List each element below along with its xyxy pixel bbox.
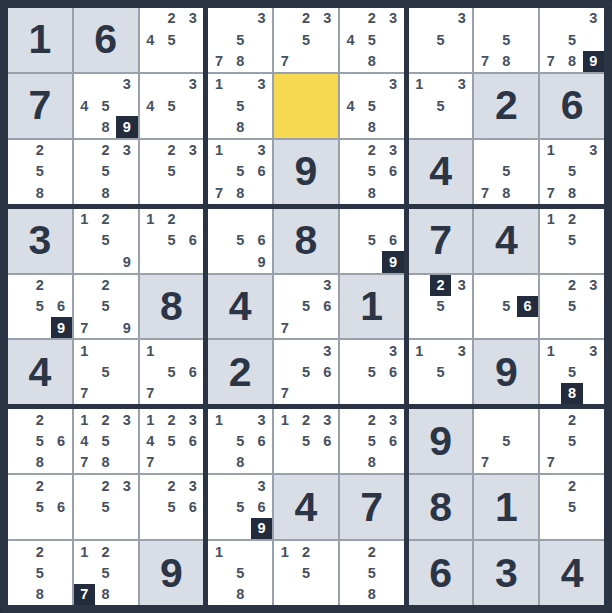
- candidate-empty: [561, 340, 582, 361]
- candidate-mark-3: 3: [182, 409, 203, 430]
- cell-r8c8[interactable]: 1: [474, 475, 538, 539]
- candidate-mark-5: 5: [561, 362, 582, 383]
- candidate-empty: [382, 51, 403, 72]
- cell-r8c5[interactable]: 4: [274, 475, 338, 539]
- candidate-mark-7: 7: [474, 452, 495, 473]
- cell-r1c8[interactable]: 578: [474, 8, 538, 72]
- candidate-empty: [140, 161, 161, 182]
- cell-value: 8: [140, 275, 204, 339]
- candidate-empty: [517, 431, 538, 452]
- candidate-empty: [382, 209, 403, 230]
- candidate-highlight-2: 2: [430, 275, 451, 296]
- candidate-empty: [561, 140, 582, 161]
- cell-r7c6[interactable]: 23568: [340, 409, 404, 473]
- candidate-empty: [540, 161, 561, 182]
- cell-value: 4: [8, 340, 72, 404]
- candidate-empty: [230, 209, 251, 230]
- cell-r2c3[interactable]: 345: [140, 74, 204, 138]
- candidate-grid: 235: [540, 275, 604, 339]
- cell-r8c1[interactable]: 256: [8, 475, 72, 539]
- candidate-mark-8: 8: [230, 51, 251, 72]
- cell-value: 7: [340, 475, 404, 539]
- cell-r2c4[interactable]: 1358: [208, 74, 272, 138]
- candidate-mark-7: 7: [540, 51, 561, 72]
- candidate-empty: [230, 475, 251, 496]
- candidate-empty: [116, 497, 137, 518]
- candidate-grid: 578: [474, 140, 538, 204]
- cell-r9c6[interactable]: 258: [340, 541, 404, 605]
- candidate-empty: [583, 383, 604, 404]
- candidate-mark-3: 3: [116, 475, 137, 496]
- cell-r1c7[interactable]: 35: [409, 8, 473, 72]
- candidate-mark-1: 1: [208, 409, 229, 430]
- cell-r1c3[interactable]: 2345: [140, 8, 204, 72]
- candidate-mark-2: 2: [29, 475, 50, 496]
- candidate-grid: 256: [8, 475, 72, 539]
- candidate-empty: [8, 296, 29, 317]
- candidate-grid: 125: [540, 209, 604, 273]
- candidate-mark-2: 2: [361, 409, 382, 430]
- candidate-mark-7: 7: [140, 383, 161, 404]
- candidate-highlight-9: 9: [251, 518, 272, 539]
- candidate-grid: 23568: [340, 409, 404, 473]
- cell-r8c3[interactable]: 2356: [140, 475, 204, 539]
- candidate-empty: [340, 161, 361, 182]
- candidate-mark-7: 7: [540, 452, 561, 473]
- cell-r3c1[interactable]: 258: [8, 140, 72, 204]
- candidate-empty: [561, 8, 582, 29]
- candidate-empty: [116, 431, 137, 452]
- candidate-mark-2: 2: [295, 8, 316, 29]
- candidate-highlight-8: 8: [561, 383, 582, 404]
- candidate-empty: [182, 383, 203, 404]
- candidate-empty: [340, 431, 361, 452]
- sudoku-board: 1623457345893452582358235357823572345813…: [8, 8, 604, 605]
- candidate-mark-7: 7: [274, 383, 295, 404]
- candidate-empty: [74, 296, 95, 317]
- candidate-mark-6: 6: [182, 362, 203, 383]
- cell-r7c4[interactable]: 13568: [208, 409, 272, 473]
- candidate-mark-8: 8: [361, 51, 382, 72]
- cell-r6c3[interactable]: 1567: [140, 340, 204, 404]
- candidate-mark-5: 5: [561, 497, 582, 518]
- cell-r4c9[interactable]: 125: [540, 209, 604, 273]
- candidate-empty: [208, 8, 229, 29]
- candidate-empty: [583, 209, 604, 230]
- candidate-empty: [251, 182, 272, 203]
- candidate-empty: [8, 541, 29, 562]
- cell-r4c2[interactable]: 1259: [74, 209, 138, 273]
- candidate-mark-5: 5: [361, 562, 382, 583]
- candidate-empty: [340, 74, 361, 95]
- candidate-mark-7: 7: [274, 317, 295, 338]
- candidate-empty: [540, 275, 561, 296]
- candidate-empty: [517, 275, 538, 296]
- cell-r3c2[interactable]: 2358: [74, 140, 138, 204]
- candidate-empty: [540, 362, 561, 383]
- candidate-empty: [251, 95, 272, 116]
- candidate-empty: [230, 8, 251, 29]
- candidate-mark-6: 6: [51, 431, 72, 452]
- candidate-grid: 2345: [140, 8, 204, 72]
- candidate-empty: [51, 562, 72, 583]
- candidate-mark-3: 3: [251, 140, 272, 161]
- candidate-empty: [140, 251, 161, 272]
- cell-value: 3: [474, 541, 538, 605]
- candidate-mark-5: 5: [230, 95, 251, 116]
- candidate-empty: [430, 51, 451, 72]
- candidate-mark-5: 5: [361, 362, 382, 383]
- candidate-empty: [161, 251, 182, 272]
- cell-r7c8[interactable]: 57: [474, 409, 538, 473]
- candidate-empty: [409, 317, 430, 338]
- candidate-mark-3: 3: [317, 8, 338, 29]
- candidate-empty: [340, 562, 361, 583]
- cell-r9c2[interactable]: 12578: [74, 541, 138, 605]
- candidate-empty: [409, 275, 430, 296]
- box-4: 31259125625692579841571567: [8, 209, 203, 405]
- candidate-mark-6: 6: [251, 431, 272, 452]
- cell-r1c4[interactable]: 3578: [208, 8, 272, 72]
- candidate-empty: [451, 362, 472, 383]
- cell-r1c1[interactable]: 1: [8, 8, 72, 72]
- candidate-empty: [51, 475, 72, 496]
- candidate-mark-5: 5: [95, 431, 116, 452]
- cell-r4c7[interactable]: 7: [409, 209, 473, 273]
- candidate-mark-3: 3: [317, 275, 338, 296]
- candidate-highlight-9: 9: [116, 116, 137, 137]
- candidate-mark-5: 5: [95, 230, 116, 251]
- cell-r5c6[interactable]: 1: [340, 275, 404, 339]
- candidate-mark-2: 2: [161, 409, 182, 430]
- cell-r6c4[interactable]: 2: [208, 340, 272, 404]
- candidate-mark-5: 5: [95, 497, 116, 518]
- candidate-mark-1: 1: [409, 340, 430, 361]
- candidate-empty: [583, 251, 604, 272]
- candidate-empty: [295, 275, 316, 296]
- candidate-empty: [540, 431, 561, 452]
- cell-r9c5[interactable]: 125: [274, 541, 338, 605]
- candidate-empty: [451, 383, 472, 404]
- cell-r5c1[interactable]: 2569: [8, 275, 72, 339]
- candidate-grid: 23568: [340, 140, 404, 204]
- candidate-grid: 258: [340, 541, 404, 605]
- candidate-empty: [295, 383, 316, 404]
- cell-r9c9[interactable]: 4: [540, 541, 604, 605]
- cell-r7c2[interactable]: 1234578: [74, 409, 138, 473]
- candidate-empty: [540, 8, 561, 29]
- candidate-mark-1: 1: [74, 340, 95, 361]
- candidate-empty: [74, 251, 95, 272]
- cell-r8c6[interactable]: 7: [340, 475, 404, 539]
- candidate-empty: [29, 317, 50, 338]
- cell-r5c7[interactable]: 235: [409, 275, 473, 339]
- candidate-mark-1: 1: [540, 340, 561, 361]
- cell-r2c5[interactable]: [274, 74, 338, 138]
- candidate-empty: [583, 475, 604, 496]
- candidate-mark-3: 3: [251, 8, 272, 29]
- candidate-mark-2: 2: [561, 209, 582, 230]
- candidate-empty: [140, 74, 161, 95]
- cell-value: 6: [74, 8, 138, 72]
- candidate-empty: [95, 251, 116, 272]
- cell-r8c2[interactable]: 235: [74, 475, 138, 539]
- cell-r6c7[interactable]: 135: [409, 340, 473, 404]
- candidate-mark-2: 2: [561, 409, 582, 430]
- candidate-mark-8: 8: [95, 452, 116, 473]
- candidate-empty: [208, 518, 229, 539]
- candidate-grid: 157: [74, 340, 138, 404]
- candidate-empty: [317, 562, 338, 583]
- candidate-empty: [496, 8, 517, 29]
- cell-value: 7: [409, 209, 473, 273]
- candidate-empty: [361, 209, 382, 230]
- cell-r5c2[interactable]: 2579: [74, 275, 138, 339]
- candidate-mark-3: 3: [182, 8, 203, 29]
- candidate-mark-3: 3: [116, 409, 137, 430]
- cell-r3c8[interactable]: 578: [474, 140, 538, 204]
- cell-r5c9[interactable]: 235: [540, 275, 604, 339]
- candidate-empty: [274, 431, 295, 452]
- candidate-empty: [208, 475, 229, 496]
- candidate-empty: [382, 383, 403, 404]
- cell-r6c8[interactable]: 9: [474, 340, 538, 404]
- candidate-grid: 23458: [340, 8, 404, 72]
- cell-r6c2[interactable]: 157: [74, 340, 138, 404]
- cell-r6c6[interactable]: 356: [340, 340, 404, 404]
- cell-value: 2: [474, 74, 538, 138]
- candidate-empty: [474, 409, 495, 430]
- cell-r5c8[interactable]: 56: [474, 275, 538, 339]
- candidate-mark-6: 6: [382, 230, 403, 251]
- candidate-mark-3: 3: [583, 340, 604, 361]
- candidate-mark-2: 2: [95, 140, 116, 161]
- cell-r6c9[interactable]: 1358: [540, 340, 604, 404]
- cell-r1c5[interactable]: 2357: [274, 8, 338, 72]
- candidate-mark-5: 5: [561, 230, 582, 251]
- candidate-mark-2: 2: [95, 275, 116, 296]
- candidate-grid: 12578: [74, 541, 138, 605]
- candidate-mark-5: 5: [161, 230, 182, 251]
- candidate-empty: [517, 8, 538, 29]
- cell-r3c4[interactable]: 135678: [208, 140, 272, 204]
- candidate-empty: [317, 541, 338, 562]
- candidate-mark-8: 8: [29, 584, 50, 605]
- candidate-mark-4: 4: [140, 431, 161, 452]
- cell-r1c2[interactable]: 6: [74, 8, 138, 72]
- candidate-empty: [74, 475, 95, 496]
- candidate-grid: 135: [409, 340, 473, 404]
- candidate-grid: 356: [340, 340, 404, 404]
- cell-r3c3[interactable]: 235: [140, 140, 204, 204]
- candidate-grid: 2358: [74, 140, 138, 204]
- candidate-mark-6: 6: [51, 497, 72, 518]
- cell-r5c3[interactable]: 8: [140, 275, 204, 339]
- candidate-empty: [208, 116, 229, 137]
- candidate-grid: 158: [208, 541, 272, 605]
- candidate-mark-5: 5: [561, 431, 582, 452]
- cell-r7c3[interactable]: 1234567: [140, 409, 204, 473]
- cell-r4c1[interactable]: 3: [8, 209, 72, 273]
- cell-r2c6[interactable]: 3458: [340, 74, 404, 138]
- cell-value: 4: [208, 275, 272, 339]
- cell-r9c3[interactable]: 9: [140, 541, 204, 605]
- cell-r9c7[interactable]: 6: [409, 541, 473, 605]
- candidate-mark-2: 2: [295, 541, 316, 562]
- candidate-mark-8: 8: [95, 182, 116, 203]
- cell-r6c1[interactable]: 4: [8, 340, 72, 404]
- cell-r2c2[interactable]: 34589: [74, 74, 138, 138]
- candidate-empty: [95, 317, 116, 338]
- candidate-empty: [95, 340, 116, 361]
- candidate-mark-5: 5: [95, 296, 116, 317]
- candidate-mark-1: 1: [74, 541, 95, 562]
- cell-r4c6[interactable]: 569: [340, 209, 404, 273]
- candidate-grid: 12356: [274, 409, 338, 473]
- candidate-empty: [8, 584, 29, 605]
- candidate-mark-8: 8: [496, 51, 517, 72]
- cell-r1c6[interactable]: 23458: [340, 8, 404, 72]
- candidate-grid: 135: [409, 74, 473, 138]
- candidate-empty: [161, 340, 182, 361]
- cell-r3c6[interactable]: 23568: [340, 140, 404, 204]
- cell-r9c4[interactable]: 158: [208, 541, 272, 605]
- candidate-mark-7: 7: [208, 182, 229, 203]
- candidate-empty: [361, 74, 382, 95]
- candidate-mark-2: 2: [29, 275, 50, 296]
- candidate-empty: [583, 362, 604, 383]
- cell-r8c9[interactable]: 25: [540, 475, 604, 539]
- candidate-empty: [51, 584, 72, 605]
- cell-r6c5[interactable]: 3567: [274, 340, 338, 404]
- candidate-mark-5: 5: [161, 95, 182, 116]
- candidate-empty: [540, 409, 561, 430]
- candidate-mark-2: 2: [95, 409, 116, 430]
- candidate-empty: [583, 431, 604, 452]
- candidate-mark-5: 5: [95, 562, 116, 583]
- candidate-mark-1: 1: [140, 209, 161, 230]
- candidate-empty: [517, 409, 538, 430]
- cell-r1c9[interactable]: 35789: [540, 8, 604, 72]
- candidate-mark-3: 3: [451, 340, 472, 361]
- candidate-empty: [51, 275, 72, 296]
- cell-r8c7[interactable]: 8: [409, 475, 473, 539]
- candidate-mark-3: 3: [116, 140, 137, 161]
- candidate-empty: [74, 116, 95, 137]
- candidate-empty: [8, 475, 29, 496]
- candidate-empty: [451, 29, 472, 50]
- cell-r2c9[interactable]: 6: [540, 74, 604, 138]
- cell-r7c5[interactable]: 12356: [274, 409, 338, 473]
- candidate-empty: [8, 161, 29, 182]
- cell-r7c7[interactable]: 9: [409, 409, 473, 473]
- candidate-mark-4: 4: [340, 29, 361, 50]
- cell-r2c1[interactable]: 7: [8, 74, 72, 138]
- candidate-empty: [116, 584, 137, 605]
- candidate-mark-2: 2: [161, 8, 182, 29]
- candidate-empty: [140, 497, 161, 518]
- candidate-mark-5: 5: [29, 161, 50, 182]
- candidate-grid: 125: [274, 541, 338, 605]
- cell-r3c7[interactable]: 4: [409, 140, 473, 204]
- candidate-empty: [496, 275, 517, 296]
- candidate-mark-8: 8: [361, 116, 382, 137]
- candidate-mark-5: 5: [95, 161, 116, 182]
- cell-r3c9[interactable]: 13578: [540, 140, 604, 204]
- cell-r5c5[interactable]: 3567: [274, 275, 338, 339]
- cell-r4c4[interactable]: 569: [208, 209, 272, 273]
- cell-value: 4: [474, 209, 538, 273]
- box-1: 1623457345893452582358235: [8, 8, 203, 204]
- cell-r4c5[interactable]: 8: [274, 209, 338, 273]
- cell-r8c4[interactable]: 3569: [208, 475, 272, 539]
- candidate-grid: 1358: [208, 74, 272, 138]
- candidate-empty: [295, 452, 316, 473]
- candidate-mark-8: 8: [361, 452, 382, 473]
- candidate-empty: [382, 541, 403, 562]
- candidate-grid: 1234578: [74, 409, 138, 473]
- candidate-grid: 57: [474, 409, 538, 473]
- candidate-empty: [517, 452, 538, 473]
- candidate-mark-2: 2: [161, 140, 182, 161]
- candidate-empty: [540, 296, 561, 317]
- cell-r4c3[interactable]: 1256: [140, 209, 204, 273]
- candidate-empty: [230, 251, 251, 272]
- cell-r4c8[interactable]: 4: [474, 209, 538, 273]
- candidate-empty: [340, 230, 361, 251]
- candidate-grid: 3567: [274, 275, 338, 339]
- candidate-empty: [251, 51, 272, 72]
- candidate-highlight-9: 9: [51, 317, 72, 338]
- candidate-empty: [140, 51, 161, 72]
- cell-r2c7[interactable]: 135: [409, 74, 473, 138]
- cell-r7c9[interactable]: 257: [540, 409, 604, 473]
- cell-value: 8: [274, 209, 338, 273]
- cell-r9c8[interactable]: 3: [474, 541, 538, 605]
- candidate-mark-4: 4: [140, 29, 161, 50]
- candidate-grid: 578: [474, 8, 538, 72]
- candidate-mark-1: 1: [274, 409, 295, 430]
- cell-value: 6: [540, 74, 604, 138]
- cell-r5c4[interactable]: 4: [208, 275, 272, 339]
- cell-r7c1[interactable]: 2568: [8, 409, 72, 473]
- cell-r9c1[interactable]: 258: [8, 541, 72, 605]
- candidate-empty: [208, 562, 229, 583]
- cell-value: 2: [208, 340, 272, 404]
- candidate-empty: [540, 29, 561, 50]
- candidate-empty: [251, 584, 272, 605]
- candidate-mark-9: 9: [116, 317, 137, 338]
- candidate-empty: [230, 518, 251, 539]
- candidate-grid: 34589: [74, 74, 138, 138]
- candidate-empty: [517, 161, 538, 182]
- cell-r2c8[interactable]: 2: [474, 74, 538, 138]
- candidate-empty: [409, 383, 430, 404]
- candidate-empty: [496, 140, 517, 161]
- candidate-empty: [8, 518, 29, 539]
- candidate-mark-8: 8: [95, 584, 116, 605]
- candidate-grid: 1358: [540, 340, 604, 404]
- candidate-empty: [340, 209, 361, 230]
- candidate-empty: [517, 29, 538, 50]
- candidate-empty: [116, 518, 137, 539]
- candidate-empty: [8, 275, 29, 296]
- candidate-empty: [74, 74, 95, 95]
- candidate-empty: [74, 182, 95, 203]
- cell-r3c5[interactable]: 9: [274, 140, 338, 204]
- candidate-highlight-9: 9: [382, 251, 403, 272]
- candidate-empty: [161, 182, 182, 203]
